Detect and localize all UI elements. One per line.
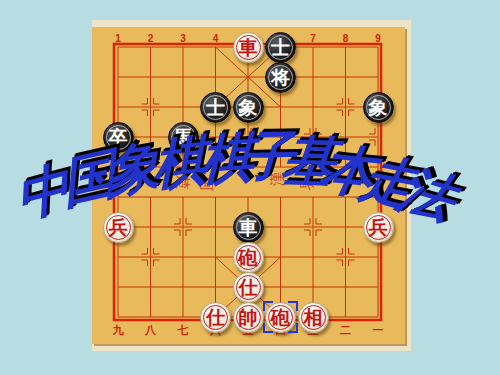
board-point-f5r2: 象 xyxy=(232,92,265,122)
title-char: 中 xyxy=(19,147,75,238)
board-point-f5r6: 車 xyxy=(232,212,265,242)
board-point-f9r2: 象 xyxy=(362,92,395,122)
board-point-f5r9: 帥 xyxy=(232,302,265,332)
piece-glyph: 将 xyxy=(271,68,290,87)
piece-glyph: 車 xyxy=(239,218,258,237)
piece-black-士[interactable]: 士 xyxy=(265,32,296,63)
board-point-f6r1: 将 xyxy=(264,62,297,92)
piece-red-相[interactable]: 相 xyxy=(298,302,329,333)
piece-red-砲[interactable]: 砲 xyxy=(233,242,264,273)
slide: 123456789 九八七六五四三二一 楚河漢界 車士将士象象卒馬兵車兵砲仕仕帥… xyxy=(0,0,500,375)
board-point-f3r3: 馬 xyxy=(167,122,200,152)
xiangqi-board: 123456789 九八七六五四三二一 楚河漢界 車士将士象象卒馬兵車兵砲仕仕帥… xyxy=(92,27,405,344)
piece-glyph: 卒 xyxy=(109,128,128,147)
piece-black-車[interactable]: 車 xyxy=(233,212,264,243)
piece-black-象[interactable]: 象 xyxy=(233,92,264,123)
board-point-f4r2: 士 xyxy=(199,92,232,122)
xiangqi-board-panel: 123456789 九八七六五四三二一 楚河漢界 車士将士象象卒馬兵車兵砲仕仕帥… xyxy=(92,20,411,351)
piece-glyph: 砲 xyxy=(271,308,290,327)
board-point-f1r3: 卒 xyxy=(102,122,135,152)
piece-red-仕[interactable]: 仕 xyxy=(233,272,264,303)
piece-red-車[interactable]: 車 xyxy=(233,32,264,63)
board-point-f5r8: 仕 xyxy=(232,272,265,302)
piece-glyph: 仕 xyxy=(239,278,258,297)
board-point-f9r6: 兵 xyxy=(362,212,395,242)
piece-grid: 車士将士象象卒馬兵車兵砲仕仕帥砲相 xyxy=(102,32,395,332)
piece-black-士[interactable]: 士 xyxy=(200,92,231,123)
piece-black-象[interactable]: 象 xyxy=(363,92,394,123)
board-point-f1r6: 兵 xyxy=(102,212,135,242)
piece-red-兵[interactable]: 兵 xyxy=(103,212,134,243)
board-point-f5r7: 砲 xyxy=(232,242,265,272)
piece-glyph: 馬 xyxy=(174,128,193,147)
piece-glyph: 車 xyxy=(239,38,258,57)
piece-glyph: 兵 xyxy=(369,218,388,237)
piece-glyph: 士 xyxy=(206,98,225,117)
piece-glyph: 相 xyxy=(304,308,323,327)
piece-glyph: 仕 xyxy=(206,308,225,327)
piece-glyph: 兵 xyxy=(109,218,128,237)
board-point-f6r9: 砲 xyxy=(264,302,297,332)
piece-glyph: 士 xyxy=(271,38,290,57)
piece-black-卒[interactable]: 卒 xyxy=(103,122,134,153)
board-point-f6r0: 士 xyxy=(264,32,297,62)
piece-red-仕[interactable]: 仕 xyxy=(200,302,231,333)
piece-red-砲[interactable]: 砲 xyxy=(265,302,296,333)
piece-red-兵[interactable]: 兵 xyxy=(363,212,394,243)
piece-black-将[interactable]: 将 xyxy=(265,62,296,93)
piece-black-馬[interactable]: 馬 xyxy=(168,122,199,153)
board-point-f4r9: 仕 xyxy=(199,302,232,332)
piece-glyph: 象 xyxy=(239,98,258,117)
piece-glyph: 帥 xyxy=(239,308,258,327)
board-point-f7r9: 相 xyxy=(297,302,330,332)
board-point-f5r0: 車 xyxy=(232,32,265,62)
piece-red-帥[interactable]: 帥 xyxy=(233,302,264,333)
piece-glyph: 象 xyxy=(369,98,388,117)
piece-glyph: 砲 xyxy=(239,248,258,267)
